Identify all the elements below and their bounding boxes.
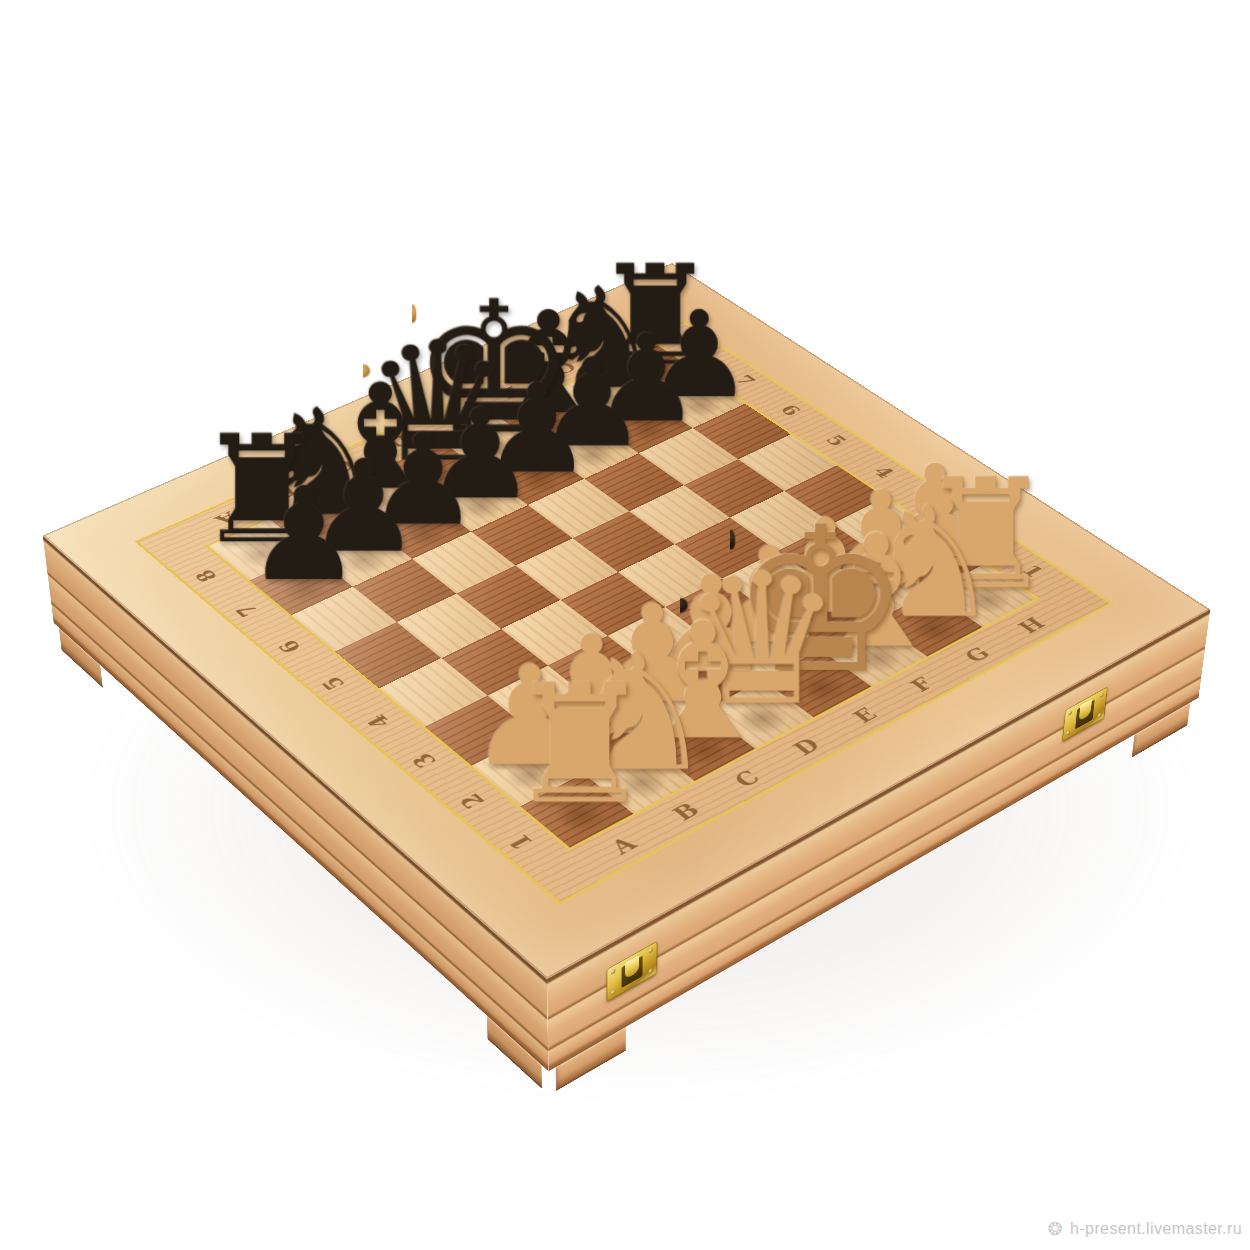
rank-label-left-3: 3 bbox=[404, 747, 446, 774]
file-label-near-b: B bbox=[665, 798, 708, 826]
rank-label-left-7: 7 bbox=[228, 598, 268, 622]
rank-label-left-6: 6 bbox=[270, 634, 310, 659]
piece-glyph: ♜ bbox=[506, 671, 653, 819]
front-latch-right bbox=[1062, 686, 1108, 742]
rank-label-left-5: 5 bbox=[314, 670, 355, 696]
watermark-text: h-present.livemaster.ru bbox=[1070, 1220, 1242, 1238]
rank-label-right-5: 5 bbox=[817, 430, 855, 451]
piece-glyph: ♟ bbox=[246, 476, 361, 592]
file-label-near-d: D bbox=[786, 734, 828, 761]
watermark[interactable]: ❂ h-present.livemaster.ru bbox=[1048, 1220, 1242, 1238]
rank-label-left-4: 4 bbox=[358, 708, 399, 735]
gear-flower-icon: ❂ bbox=[1048, 1220, 1063, 1238]
rank-label-left-8: 8 bbox=[187, 564, 226, 588]
front-latch-left bbox=[607, 941, 658, 1003]
file-label-near-e: E bbox=[844, 702, 886, 728]
rank-label-right-6: 6 bbox=[771, 400, 808, 421]
file-label-near-h: H bbox=[1012, 613, 1053, 638]
rank-label-left-2: 2 bbox=[451, 786, 494, 814]
file-label-near-g: G bbox=[957, 642, 998, 667]
file-label-near-a: A bbox=[603, 831, 647, 860]
rank-label-left-1: 1 bbox=[500, 827, 543, 856]
square-a1: ♜ bbox=[520, 773, 633, 847]
product-photo-stage: ♜♞♝♛♚♝♞♜♟♟♟♟♟♟♟♟♟♟♟♟♟♟♟♟♜♞♝♛♚♝♞♜ AABBCCD… bbox=[0, 0, 1250, 1250]
square-b6 bbox=[353, 559, 457, 622]
square-a7: ♟ bbox=[250, 553, 353, 616]
file-label-near-c: C bbox=[726, 765, 769, 793]
